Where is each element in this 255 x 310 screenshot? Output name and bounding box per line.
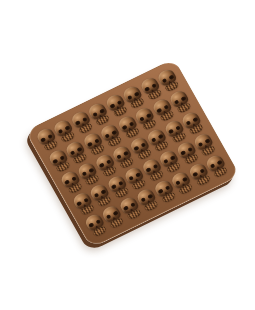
photo-background [0, 0, 255, 310]
skull-mold-tray [25, 58, 240, 248]
cavity-grid [33, 65, 232, 239]
